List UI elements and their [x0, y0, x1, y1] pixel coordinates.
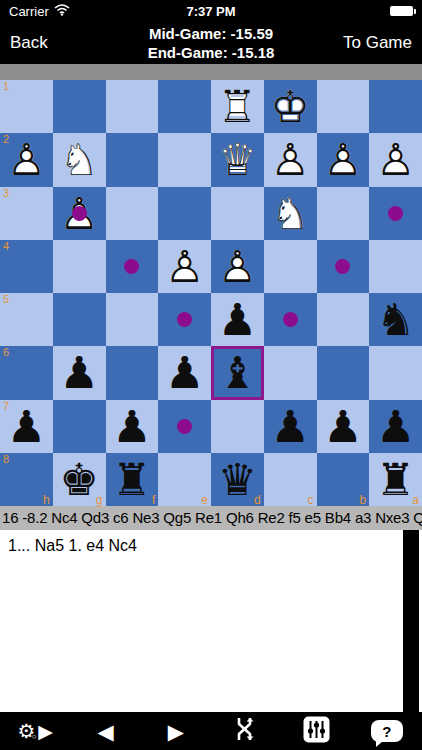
rank-label: 8 — [3, 453, 9, 465]
square-e8[interactable]: e — [158, 453, 211, 506]
square-h4[interactable]: 4 — [0, 240, 53, 293]
rank-label: 3 — [3, 187, 9, 199]
white-pawn: ♟♙ — [211, 240, 264, 293]
square-d3[interactable] — [211, 187, 264, 240]
previous-move-button[interactable]: ◀ — [81, 712, 129, 750]
square-a4[interactable] — [369, 240, 422, 293]
square-h7[interactable]: 7♟ — [0, 400, 53, 453]
black-rook: ♜ — [106, 453, 159, 506]
square-f1[interactable] — [106, 80, 159, 133]
black-pawn: ♟ — [106, 400, 159, 453]
square-e2[interactable] — [158, 133, 211, 186]
small-gear-icon: ○ — [31, 733, 36, 741]
black-pawn: ♟ — [211, 293, 264, 346]
move-hint-dot — [335, 259, 350, 274]
next-move-button[interactable]: ▶ — [152, 712, 200, 750]
square-h6[interactable]: 6 — [0, 346, 53, 399]
back-button[interactable]: Back — [10, 33, 48, 53]
white-pawn: ♟♙ — [317, 133, 370, 186]
settings-button[interactable] — [292, 712, 340, 750]
move-list-text: 1... Na5 1. e4 Nc4 — [0, 530, 422, 555]
square-c5[interactable] — [264, 293, 317, 346]
square-b3[interactable] — [317, 187, 370, 240]
square-d8[interactable]: d♛ — [211, 453, 264, 506]
square-g2[interactable]: ♞♘ — [53, 133, 106, 186]
square-b1[interactable] — [317, 80, 370, 133]
square-c1[interactable]: ♚♔ — [264, 80, 317, 133]
square-g4[interactable] — [53, 240, 106, 293]
file-label: g — [96, 493, 103, 507]
chess-board: 1♜♖♚♔2♟♙♞♘♛♕♟♙♟♙♟♙3♟♙♞♘4♟♙♟♙5♟♞6♟♟♝7♟♟♟♟… — [0, 80, 422, 506]
file-label: c — [308, 493, 314, 507]
square-f2[interactable] — [106, 133, 159, 186]
square-h3[interactable]: 3 — [0, 187, 53, 240]
rank-label: 2 — [3, 133, 9, 145]
shuffle-icon — [233, 716, 259, 746]
square-c3[interactable]: ♞♘ — [264, 187, 317, 240]
square-a3[interactable] — [369, 187, 422, 240]
file-label: a — [412, 493, 419, 507]
black-knight: ♞ — [369, 293, 422, 346]
wifi-icon — [54, 4, 70, 19]
square-g3[interactable]: ♟♙ — [53, 187, 106, 240]
square-h1[interactable]: 1 — [0, 80, 53, 133]
autoplay-button[interactable]: ⚙ ○ ▶ — [11, 712, 59, 750]
square-b5[interactable] — [317, 293, 370, 346]
square-c2[interactable]: ♟♙ — [264, 133, 317, 186]
rank-label: 6 — [3, 346, 9, 358]
square-f7[interactable]: ♟ — [106, 400, 159, 453]
nav-bar: Back Mid-Game: -15.59 End-Game: -15.18 T… — [0, 22, 422, 64]
square-b8[interactable]: b — [317, 453, 370, 506]
app-window: 7:37 PM Carrier Back Mid-Game: -15.59 En… — [0, 0, 422, 750]
square-b4[interactable] — [317, 240, 370, 293]
square-e7[interactable] — [158, 400, 211, 453]
square-e3[interactable] — [158, 187, 211, 240]
square-g5[interactable] — [53, 293, 106, 346]
file-label: b — [360, 493, 367, 507]
square-f3[interactable] — [106, 187, 159, 240]
move-hint-dot — [177, 312, 192, 327]
square-b6[interactable] — [317, 346, 370, 399]
square-b2[interactable]: ♟♙ — [317, 133, 370, 186]
move-hint-dot — [177, 419, 192, 434]
rank-label: 7 — [3, 400, 9, 412]
square-c6[interactable] — [264, 346, 317, 399]
black-pawn: ♟ — [158, 346, 211, 399]
square-e6[interactable]: ♟ — [158, 346, 211, 399]
play-icon: ▶ — [38, 722, 53, 741]
square-f8[interactable]: f♜ — [106, 453, 159, 506]
move-hint-dot — [283, 312, 298, 327]
question-mark: ? — [382, 723, 391, 740]
white-rook: ♜♖ — [211, 80, 264, 133]
square-a1[interactable] — [369, 80, 422, 133]
move-hint-dot — [72, 206, 87, 221]
sliders-icon — [303, 716, 330, 747]
black-pawn: ♟ — [317, 400, 370, 453]
carrier-label: Carrier — [9, 4, 49, 19]
black-pawn: ♟ — [264, 400, 317, 453]
white-pawn: ♟♙ — [369, 133, 422, 186]
bottom-toolbar: ⚙ ○ ▶ ◀ ▶ — [0, 712, 422, 750]
white-pawn: ♟♙ — [158, 240, 211, 293]
square-h8[interactable]: 8h — [0, 453, 53, 506]
status-bar: 7:37 PM Carrier — [0, 0, 422, 22]
file-label: h — [43, 493, 50, 507]
move-list-panel: 1... Na5 1. e4 Nc4 — [0, 530, 422, 712]
battery-icon — [390, 6, 413, 16]
square-f6[interactable] — [106, 346, 159, 399]
square-c7[interactable]: ♟ — [264, 400, 317, 453]
scrollbar[interactable] — [403, 530, 419, 712]
question-bubble-icon: ? — [371, 720, 403, 742]
square-a7[interactable]: ♟ — [369, 400, 422, 453]
rank-label: 5 — [3, 293, 9, 305]
square-e4[interactable]: ♟♙ — [158, 240, 211, 293]
square-c4[interactable] — [264, 240, 317, 293]
right-triangle-icon: ▶ — [168, 721, 184, 742]
file-label: e — [201, 493, 208, 507]
white-knight: ♞♘ — [264, 187, 317, 240]
board-top-strip — [0, 64, 422, 80]
square-f5[interactable] — [106, 293, 159, 346]
engine-line[interactable]: 16 -8.2 Nc4 Qd3 c6 Ne3 Qg5 Re1 Qh6 Re2 f… — [0, 506, 422, 530]
square-g1[interactable] — [53, 80, 106, 133]
white-queen: ♛♕ — [211, 133, 264, 186]
square-d1[interactable]: ♜♖ — [211, 80, 264, 133]
square-h2[interactable]: 2♟♙ — [0, 133, 53, 186]
square-f4[interactable] — [106, 240, 159, 293]
square-d2[interactable]: ♛♕ — [211, 133, 264, 186]
left-triangle-icon: ◀ — [97, 721, 113, 742]
swap-sides-button[interactable] — [222, 712, 270, 750]
square-e5[interactable] — [158, 293, 211, 346]
black-bishop: ♝ — [211, 346, 264, 399]
square-d5[interactable]: ♟ — [211, 293, 264, 346]
black-pawn: ♟ — [53, 346, 106, 399]
help-button[interactable]: ? — [363, 712, 411, 750]
rank-label: 1 — [3, 80, 9, 92]
square-a2[interactable]: ♟♙ — [369, 133, 422, 186]
square-d4[interactable]: ♟♙ — [211, 240, 264, 293]
square-h5[interactable]: 5 — [0, 293, 53, 346]
square-g7[interactable] — [53, 400, 106, 453]
square-g6[interactable]: ♟ — [53, 346, 106, 399]
file-label: f — [152, 493, 155, 507]
square-c8[interactable]: c — [264, 453, 317, 506]
rank-label: 4 — [3, 240, 9, 252]
white-knight: ♞♘ — [53, 133, 106, 186]
square-d6[interactable]: ♝ — [211, 346, 264, 399]
white-pawn: ♟♙ — [264, 133, 317, 186]
square-d7[interactable] — [211, 400, 264, 453]
move-hint-dot — [124, 259, 139, 274]
square-a8[interactable]: a♜ — [369, 453, 422, 506]
white-king: ♚♔ — [264, 80, 317, 133]
to-game-button[interactable]: To Game — [343, 33, 412, 53]
square-a6[interactable] — [369, 346, 422, 399]
file-label: d — [254, 493, 261, 507]
square-b7[interactable]: ♟ — [317, 400, 370, 453]
square-a5[interactable]: ♞ — [369, 293, 422, 346]
square-e1[interactable] — [158, 80, 211, 133]
move-hint-dot — [388, 206, 403, 221]
square-g8[interactable]: g♚ — [53, 453, 106, 506]
black-pawn: ♟ — [369, 400, 422, 453]
